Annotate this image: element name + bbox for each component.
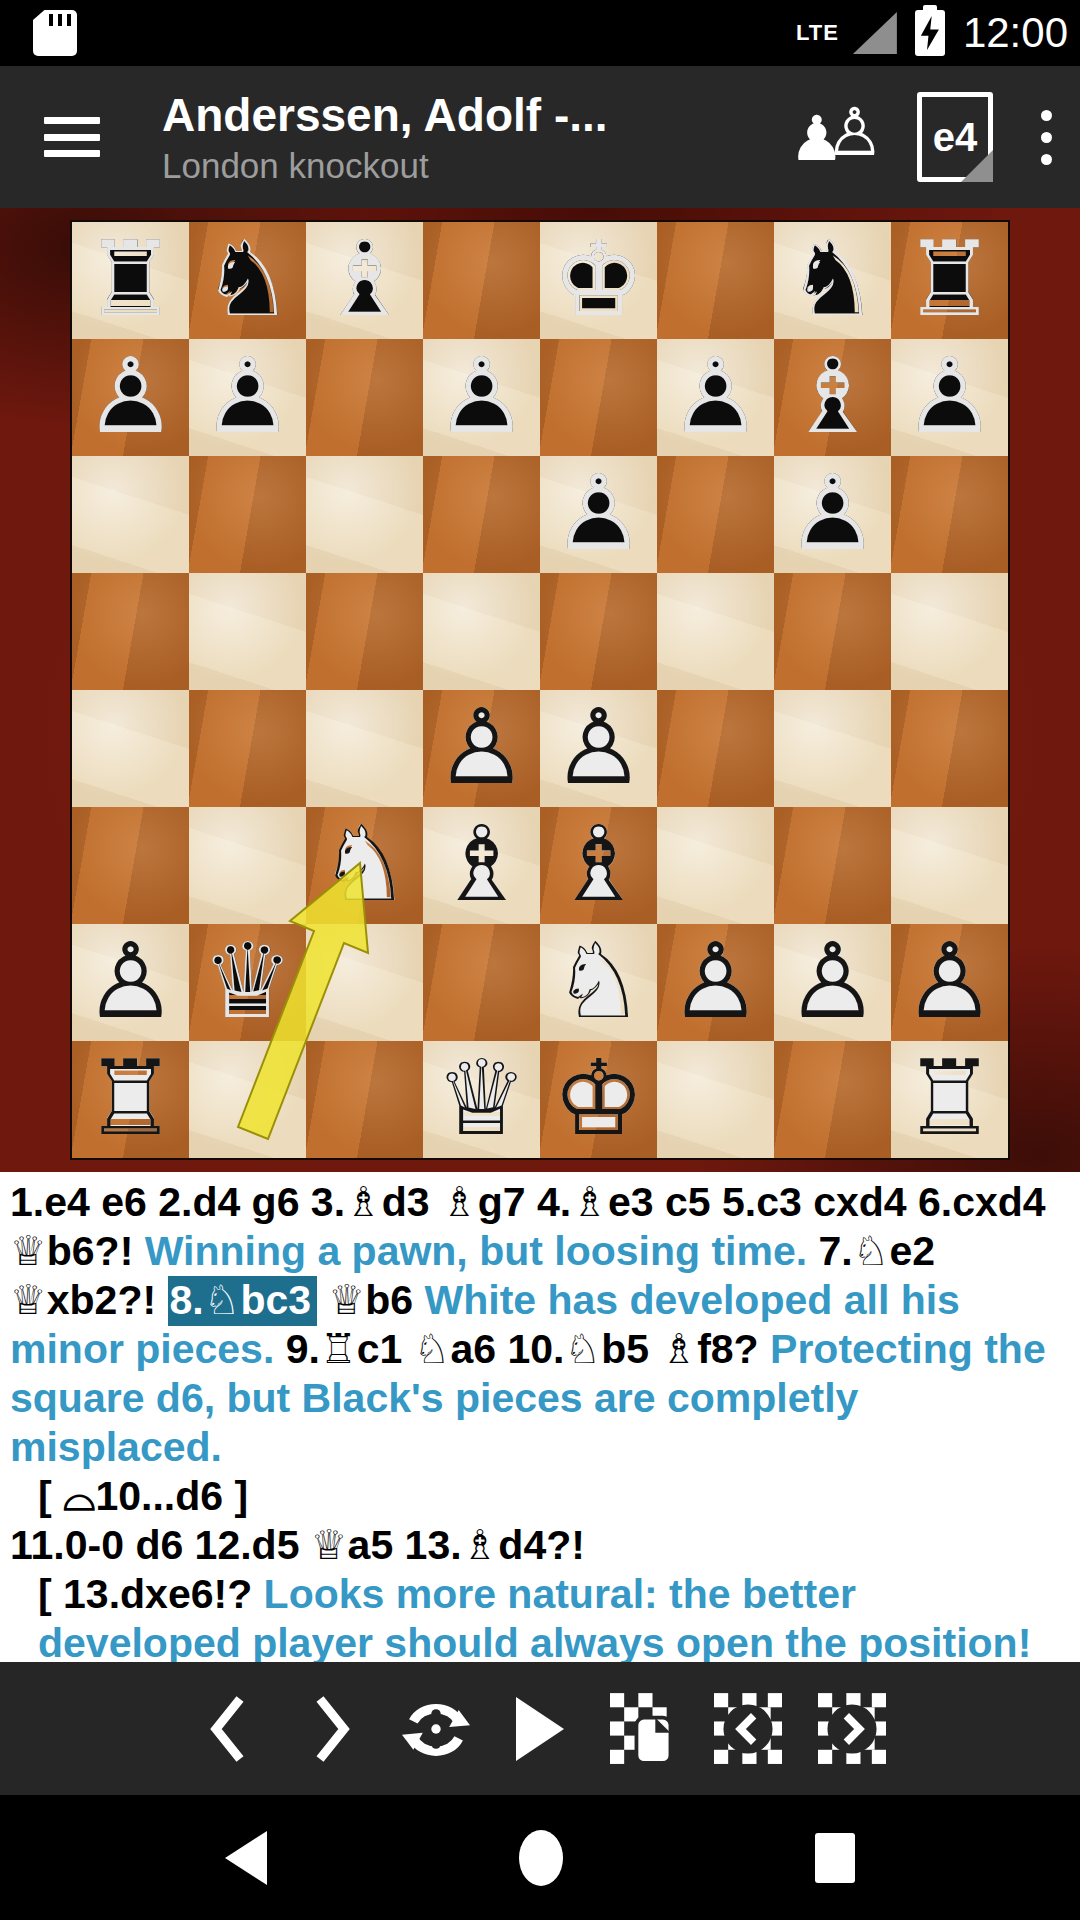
square-a3[interactable] [72, 807, 189, 924]
white-pawn-icon: ♙ [657, 924, 774, 1041]
white-rook-icon: ♖ [891, 1041, 1008, 1158]
signal-lte-icon [853, 12, 897, 54]
black-rook-icon: ♜ [72, 222, 189, 339]
app-bar: Anderssen, Adolf -... London knockout ♟ … [0, 66, 1080, 208]
white-rook-icon: ♜ [891, 1041, 1008, 1158]
square-c6[interactable] [306, 456, 423, 573]
square-h3[interactable] [891, 807, 1008, 924]
square-f3[interactable] [657, 807, 774, 924]
square-d1[interactable]: ♛♕ [423, 1041, 540, 1158]
black-knight-icon: ♘ [189, 222, 306, 339]
clock-label: 12:00 [963, 9, 1068, 57]
square-c7[interactable] [306, 339, 423, 456]
white-bishop-icon: ♝ [540, 807, 657, 924]
black-bishop-icon: ♝ [774, 339, 891, 456]
engine-refresh-icon[interactable] [402, 1689, 470, 1769]
square-e3[interactable]: ♝♗ [540, 807, 657, 924]
square-e8[interactable]: ♚♔ [540, 222, 657, 339]
square-e1[interactable]: ♚♔ [540, 1041, 657, 1158]
black-pawn-icon: ♟ [657, 339, 774, 456]
menu-icon[interactable] [44, 117, 100, 157]
android-nav-bar [0, 1795, 1080, 1920]
square-h1[interactable]: ♜♖ [891, 1041, 1008, 1158]
white-pawn-icon: ♙ [540, 690, 657, 807]
square-a4[interactable] [72, 690, 189, 807]
white-rook-icon: ♜ [72, 1041, 189, 1158]
square-g8[interactable]: ♞♘ [774, 222, 891, 339]
white-pawn-icon: ♟ [423, 690, 540, 807]
black-pawn-icon: ♙ [657, 339, 774, 456]
square-b2[interactable]: ♛♕ [189, 924, 306, 1041]
white-pawn-icon: ♟ [657, 924, 774, 1041]
white-pawn-icon: ♙ [72, 924, 189, 1041]
square-h7[interactable]: ♟♙ [891, 339, 1008, 456]
play-icon[interactable] [506, 1689, 574, 1769]
black-knight-icon: ♞ [774, 222, 891, 339]
white-pawn-icon: ♙ [891, 924, 1008, 1041]
back-icon[interactable] [225, 1831, 267, 1885]
square-c4[interactable] [306, 690, 423, 807]
notation-paragraph: 1.e4 e6 2.d4 g6 3.♗d3 ♗g7 4.♗e3 c5 5.c3 … [10, 1178, 1070, 1472]
black-rook-icon: ♖ [891, 222, 1008, 339]
black-pawn-icon: ♙ [423, 339, 540, 456]
square-b4[interactable] [189, 690, 306, 807]
black-pawn-icon: ♙ [540, 456, 657, 573]
square-a1[interactable]: ♜♖ [72, 1041, 189, 1158]
square-c8[interactable]: ♝♗ [306, 222, 423, 339]
square-f6[interactable] [657, 456, 774, 573]
square-f2[interactable]: ♟♙ [657, 924, 774, 1041]
square-f7[interactable]: ♟♙ [657, 339, 774, 456]
square-c3[interactable]: ♞♘ [306, 807, 423, 924]
move-text[interactable]: [ 13.dxe6!? [38, 1571, 264, 1617]
black-pawn-icon: ♟ [774, 456, 891, 573]
white-bishop-icon: ♝ [423, 807, 540, 924]
square-g6[interactable]: ♟♙ [774, 456, 891, 573]
battery-charging-icon [915, 10, 945, 56]
white-queen-icon: ♛ [423, 1041, 540, 1158]
square-e5[interactable] [540, 573, 657, 690]
chess-board[interactable]: ♜♖♞♘♝♗♚♔♞♘♜♖♟♙♟♙♟♙♟♙♝♗♟♙♟♙♟♙♟♙♟♙♞♘♝♗♝♗♟♙… [70, 220, 1010, 1160]
current-move-highlight[interactable]: 8.♘bc3 [168, 1276, 318, 1326]
square-h5[interactable] [891, 573, 1008, 690]
square-b3[interactable] [189, 807, 306, 924]
square-g5[interactable] [774, 573, 891, 690]
black-bishop-icon: ♗ [774, 339, 891, 456]
square-d4[interactable]: ♟♙ [423, 690, 540, 807]
square-g4[interactable] [774, 690, 891, 807]
overflow-menu-icon[interactable] [1037, 106, 1056, 169]
square-d5[interactable] [423, 573, 540, 690]
white-queen-icon: ♕ [423, 1041, 540, 1158]
square-a7[interactable]: ♟♙ [72, 339, 189, 456]
square-d7[interactable]: ♟♙ [423, 339, 540, 456]
white-king-icon: ♔ [540, 1041, 657, 1158]
square-c1[interactable] [306, 1041, 423, 1158]
black-pawn-icon: ♟ [72, 339, 189, 456]
square-e7[interactable] [540, 339, 657, 456]
black-bishop-icon: ♗ [306, 222, 423, 339]
previous-game-icon[interactable] [714, 1689, 782, 1769]
square-g7[interactable]: ♝♗ [774, 339, 891, 456]
sd-card-icon [33, 10, 77, 56]
network-type-label: LTE [796, 20, 839, 46]
white-knight-icon: ♘ [306, 807, 423, 924]
status-bar: LTE 12:00 [0, 0, 1080, 66]
white-pawn-icon: ♟ [774, 924, 891, 1041]
square-b5[interactable] [189, 573, 306, 690]
notation-paragraph: 11.0-0 d6 12.d5 ♕a5 13.♗d4?! [10, 1521, 1070, 1570]
square-f4[interactable] [657, 690, 774, 807]
white-knight-icon: ♘ [540, 924, 657, 1041]
black-pawn-icon: ♟ [423, 339, 540, 456]
black-pawn-icon: ♟ [540, 456, 657, 573]
black-king-icon: ♚ [540, 222, 657, 339]
square-h6[interactable] [891, 456, 1008, 573]
move-text[interactable]: 9.♖c1 ♘a6 10.♘b5 ♗f8? [286, 1326, 770, 1372]
square-b1[interactable] [189, 1041, 306, 1158]
black-rook-icon: ♖ [72, 222, 189, 339]
square-a2[interactable]: ♟♙ [72, 924, 189, 1041]
players-pawns-icon[interactable]: ♟ ♙ [789, 98, 873, 176]
square-e2[interactable]: ♞♘ [540, 924, 657, 1041]
square-h4[interactable] [891, 690, 1008, 807]
square-h8[interactable]: ♜♖ [891, 222, 1008, 339]
white-bishop-icon: ♗ [423, 807, 540, 924]
square-e6[interactable]: ♟♙ [540, 456, 657, 573]
black-knight-icon: ♘ [774, 222, 891, 339]
home-icon[interactable] [519, 1830, 563, 1886]
page-title: Anderssen, Adolf -... [162, 88, 789, 142]
white-knight-icon: ♞ [540, 924, 657, 1041]
square-h2[interactable]: ♟♙ [891, 924, 1008, 1041]
white-pawn-icon: ♟ [72, 924, 189, 1041]
square-a5[interactable] [72, 573, 189, 690]
square-d8[interactable] [423, 222, 540, 339]
move-text[interactable]: 11.0-0 d6 12.d5 ♕a5 13.♗d4?! [10, 1522, 585, 1568]
black-bishop-icon: ♝ [306, 222, 423, 339]
badge-label: e4 [933, 115, 978, 160]
black-rook-icon: ♜ [891, 222, 1008, 339]
previous-move-icon[interactable] [194, 1689, 262, 1769]
white-pawn-icon: ♙ [774, 924, 891, 1041]
notation-paragraph: [ ⌓10...d6 ] [10, 1472, 1070, 1521]
square-g3[interactable] [774, 807, 891, 924]
black-pawn-icon: ♟ [189, 339, 306, 456]
black-king-icon: ♔ [540, 222, 657, 339]
black-queen-icon: ♕ [189, 924, 306, 1041]
square-d2[interactable] [423, 924, 540, 1041]
black-pawn-icon: ♙ [189, 339, 306, 456]
white-bishop-icon: ♗ [540, 807, 657, 924]
square-a8[interactable]: ♜♖ [72, 222, 189, 339]
board-frame: ♜♖♞♘♝♗♚♔♞♘♜♖♟♙♟♙♟♙♟♙♝♗♟♙♟♙♟♙♟♙♟♙♞♘♝♗♝♗♟♙… [0, 208, 1080, 1172]
square-f5[interactable] [657, 573, 774, 690]
board-notation-badge[interactable]: e4 [917, 92, 993, 182]
square-g1[interactable] [774, 1041, 891, 1158]
square-c2[interactable] [306, 924, 423, 1041]
square-g2[interactable]: ♟♙ [774, 924, 891, 1041]
black-pawn-icon: ♙ [72, 339, 189, 456]
white-rook-icon: ♖ [72, 1041, 189, 1158]
copy-position-icon[interactable] [610, 1689, 678, 1769]
white-knight-icon: ♞ [306, 807, 423, 924]
move-text[interactable]: ♕b6 [317, 1277, 424, 1323]
square-b8[interactable]: ♞♘ [189, 222, 306, 339]
square-c5[interactable] [306, 573, 423, 690]
square-b7[interactable]: ♟♙ [189, 339, 306, 456]
square-d3[interactable]: ♝♗ [423, 807, 540, 924]
bottom-toolbar [0, 1662, 1080, 1795]
white-pawn-icon: ♟ [540, 690, 657, 807]
annotation-text: Winning a pawn, but loosing time. [145, 1228, 819, 1274]
recents-icon[interactable] [815, 1833, 855, 1883]
square-f1[interactable] [657, 1041, 774, 1158]
square-f8[interactable] [657, 222, 774, 339]
next-move-icon[interactable] [298, 1689, 366, 1769]
black-pawn-icon: ♟ [891, 339, 1008, 456]
black-knight-icon: ♞ [189, 222, 306, 339]
square-b6[interactable] [189, 456, 306, 573]
square-a6[interactable] [72, 456, 189, 573]
white-pawn-icon: ♟ [891, 924, 1008, 1041]
black-queen-icon: ♛ [189, 924, 306, 1041]
square-e4[interactable]: ♟♙ [540, 690, 657, 807]
square-d6[interactable] [423, 456, 540, 573]
next-game-icon[interactable] [818, 1689, 886, 1769]
black-pawn-icon: ♙ [774, 456, 891, 573]
page-subtitle: London knockout [162, 146, 789, 186]
move-text[interactable]: [ ⌓10...d6 ] [38, 1473, 248, 1519]
white-king-icon: ♚ [540, 1041, 657, 1158]
white-pawn-icon: ♙ [423, 690, 540, 807]
black-pawn-icon: ♙ [891, 339, 1008, 456]
